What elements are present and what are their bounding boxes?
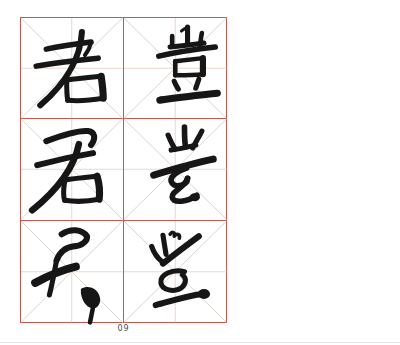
calligraphy-grid [20,17,227,323]
mizige-cell [21,119,123,219]
grid-cell-r2c0 [21,221,124,322]
mizige-cell [124,221,227,322]
grid-cell-r2c1 [124,221,227,322]
mizige-cell [124,18,227,118]
grid-cell-r1c1 [124,119,227,220]
page-number: 09 [20,324,227,333]
character-ink [153,127,212,201]
grid-cell-r0c0 [21,18,124,119]
mizige-cell [21,18,123,118]
grid-cell-r1c0 [21,119,124,220]
page-edge-line [0,342,400,343]
copybook-page: 09 [0,0,400,345]
character-ink [157,27,216,102]
mizige-cell [124,119,227,219]
character-ink [151,232,209,305]
mizige-cell [21,221,123,322]
grid-cell-r0c1 [124,18,227,119]
character-ink [32,131,99,210]
